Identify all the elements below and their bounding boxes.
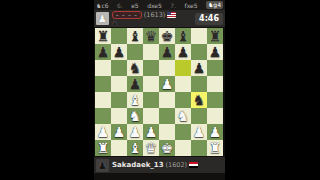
black-pawn-b7[interactable]: ♟ (113, 44, 126, 60)
square-f5[interactable] (175, 76, 191, 92)
square-d1[interactable]: ♛ (143, 140, 159, 156)
last-move[interactable]: ♞g4 (206, 1, 223, 9)
white-pawn-h2[interactable]: ♟ (209, 124, 222, 140)
white-pawn-b2[interactable]: ♟ (113, 124, 126, 140)
square-b2[interactable]: ♟ (111, 124, 127, 140)
black-pawn-c5[interactable]: ♟ (129, 76, 142, 92)
white-queen-d1[interactable]: ♛ (145, 140, 158, 156)
square-e6[interactable] (159, 60, 175, 76)
square-c4[interactable]: ♝ (127, 92, 143, 108)
square-b1[interactable] (111, 140, 127, 156)
black-queen-d8[interactable]: ♛ (145, 28, 158, 44)
black-bishop-c8[interactable]: ♝ (129, 28, 142, 44)
screenshot: ♞c66.e5dxe57.fxe5♞g4 ♟ – – – – (1613) ♟ … (0, 0, 320, 180)
square-c2[interactable]: ♟ (127, 124, 143, 140)
square-d7[interactable] (143, 44, 159, 60)
black-king-e8[interactable]: ♚ (161, 28, 174, 44)
square-c3[interactable]: ♞ (127, 108, 143, 124)
move-token[interactable]: 7. (170, 2, 176, 9)
square-a3[interactable] (95, 108, 111, 124)
square-g7[interactable] (191, 44, 207, 60)
captured-pieces-white: ♟ (112, 20, 176, 26)
black-bishop-f8[interactable]: ♝ (177, 28, 190, 44)
square-d6[interactable] (143, 60, 159, 76)
square-e7[interactable]: ♟ (159, 44, 175, 60)
white-knight-c3[interactable]: ♞ (129, 108, 142, 124)
square-e1[interactable]: ♚ (159, 140, 175, 156)
square-c7[interactable] (127, 44, 143, 60)
move-token[interactable]: e5 (131, 2, 139, 9)
letterbox-left (0, 0, 94, 180)
egypt-flag-icon (189, 162, 198, 168)
white-pawn-e5[interactable]: ♟ (161, 76, 174, 92)
square-d3[interactable] (143, 108, 159, 124)
square-f7[interactable]: ♟ (175, 44, 191, 60)
white-pawn-g2[interactable]: ♟ (193, 124, 206, 140)
opponent-player-bar[interactable]: ♟ – – – – (1613) ♟ 4:46 (94, 10, 225, 27)
square-a2[interactable]: ♟ (95, 124, 111, 140)
square-e3[interactable] (159, 108, 175, 124)
opponent-rating: (1613) (144, 11, 166, 19)
square-f1[interactable] (175, 140, 191, 156)
square-d2[interactable]: ♟ (143, 124, 159, 140)
square-g6[interactable]: ♟ (191, 60, 207, 76)
square-a1[interactable]: ♜ (95, 140, 111, 156)
move-token[interactable]: fxe5 (185, 2, 198, 9)
black-pawn-h7[interactable]: ♟ (209, 44, 222, 60)
move-token[interactable]: 6. (117, 2, 123, 9)
square-f4[interactable] (175, 92, 191, 108)
square-e2[interactable] (159, 124, 175, 140)
black-rook-a8[interactable]: ♜ (97, 28, 110, 44)
white-pawn-d2[interactable]: ♟ (145, 124, 158, 140)
white-bishop-c1[interactable]: ♝ (129, 140, 142, 156)
square-a6[interactable] (95, 60, 111, 76)
player-avatar[interactable]: ♟ (96, 159, 109, 172)
square-g5[interactable] (191, 76, 207, 92)
square-d5[interactable] (143, 76, 159, 92)
opponent-clock: 4:46 (195, 13, 223, 25)
square-b8[interactable] (111, 28, 127, 44)
square-b6[interactable] (111, 60, 127, 76)
black-pawn-e7[interactable]: ♟ (161, 44, 174, 60)
square-c1[interactable]: ♝ (127, 140, 143, 156)
square-f6[interactable] (175, 60, 191, 76)
square-h2[interactable]: ♟ (207, 124, 223, 140)
square-h7[interactable]: ♟ (207, 44, 223, 60)
square-g1[interactable] (191, 140, 207, 156)
white-knight-f3[interactable]: ♞ (177, 108, 190, 124)
black-pawn-g6[interactable]: ♟ (193, 60, 206, 76)
square-b5[interactable] (111, 76, 127, 92)
square-d8[interactable]: ♛ (143, 28, 159, 44)
white-pawn-a2[interactable]: ♟ (97, 124, 110, 140)
player-bar[interactable]: ♟ Sakadaek_13 (1602) (94, 157, 225, 173)
square-g4[interactable]: ♞ (191, 92, 207, 108)
square-b3[interactable] (111, 108, 127, 124)
square-c6[interactable]: ♞ (127, 60, 143, 76)
chess-app: ♞c66.e5dxe57.fxe5♞g4 ♟ – – – – (1613) ♟ … (94, 0, 225, 180)
square-f8[interactable]: ♝ (175, 28, 191, 44)
black-rook-h8[interactable]: ♜ (209, 28, 222, 44)
move-list-bar[interactable]: ♞c66.e5dxe57.fxe5♞g4 (94, 0, 225, 10)
opponent-name-redacted: – – – – (112, 11, 142, 19)
square-e5[interactable]: ♟ (159, 76, 175, 92)
square-h3[interactable] (207, 108, 223, 124)
letterbox-right (225, 0, 320, 180)
opponent-info: – – – – (1613) ♟ (112, 11, 176, 26)
player-info: Sakadaek_13 (1602) (112, 161, 198, 169)
player-name: Sakadaek_13 (112, 161, 164, 169)
white-rook-h1[interactable]: ♜ (209, 140, 222, 156)
square-a5[interactable] (95, 76, 111, 92)
square-a8[interactable]: ♜ (95, 28, 111, 44)
chess-board[interactable]: ♜♝♛♚♝♜♟♟♟♟♟♞♟♟♟♝♞♞♞♟♟♟♟♟♟♜♝♛♚♜ (95, 28, 223, 156)
player-rating: (1602) (166, 161, 188, 169)
square-e8[interactable]: ♚ (159, 28, 175, 44)
square-g3[interactable] (191, 108, 207, 124)
square-f3[interactable]: ♞ (175, 108, 191, 124)
square-h1[interactable]: ♜ (207, 140, 223, 156)
black-pawn-a7[interactable]: ♟ (97, 44, 110, 60)
square-a7[interactable]: ♟ (95, 44, 111, 60)
square-h8[interactable]: ♜ (207, 28, 223, 44)
square-d4[interactable] (143, 92, 159, 108)
square-g8[interactable] (191, 28, 207, 44)
square-b4[interactable] (111, 92, 127, 108)
us-flag-icon (167, 12, 176, 18)
white-king-e1[interactable]: ♚ (161, 140, 174, 156)
move-token[interactable]: dxe5 (147, 2, 162, 9)
black-knight-g4[interactable]: ♞ (193, 92, 206, 108)
white-bishop-c4[interactable]: ♝ (129, 92, 142, 108)
square-b7[interactable]: ♟ (111, 44, 127, 60)
square-c8[interactable]: ♝ (127, 28, 143, 44)
square-a4[interactable] (95, 92, 111, 108)
white-pawn-c2[interactable]: ♟ (129, 124, 142, 140)
black-knight-c6[interactable]: ♞ (129, 60, 142, 76)
square-g2[interactable]: ♟ (191, 124, 207, 140)
square-e4[interactable] (159, 92, 175, 108)
move-token[interactable]: ♞c6 (96, 2, 109, 9)
square-h6[interactable] (207, 60, 223, 76)
square-c5[interactable]: ♟ (127, 76, 143, 92)
square-h4[interactable] (207, 92, 223, 108)
white-rook-a1[interactable]: ♜ (97, 140, 110, 156)
black-pawn-f7[interactable]: ♟ (177, 44, 190, 60)
square-h5[interactable] (207, 76, 223, 92)
opponent-avatar[interactable]: ♟ (96, 12, 109, 25)
square-f2[interactable] (175, 124, 191, 140)
